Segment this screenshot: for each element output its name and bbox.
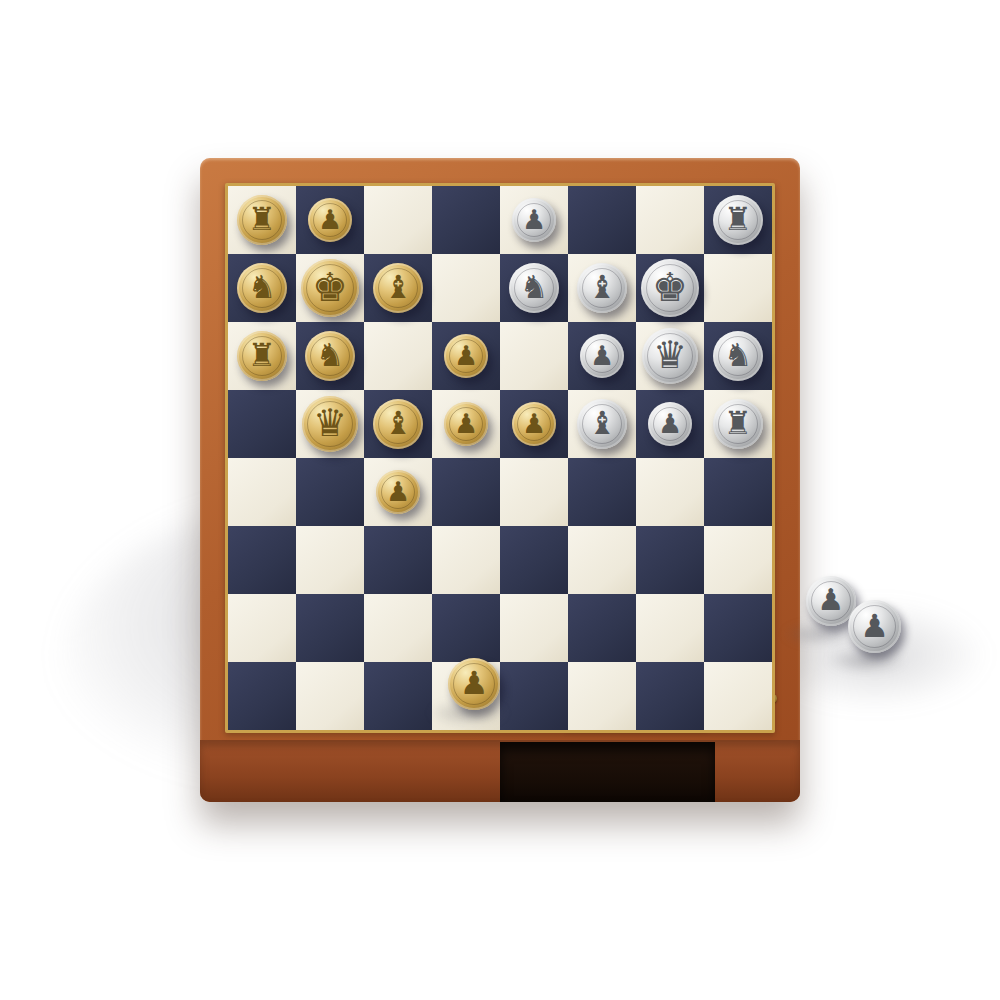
piece-silver-king[interactable]: ♚: [641, 259, 699, 317]
square-a2[interactable]: [228, 594, 296, 662]
king-glyph: ♚: [652, 267, 688, 307]
square-b1[interactable]: [296, 662, 364, 730]
square-f8[interactable]: [568, 186, 636, 254]
square-c7[interactable]: ♝: [364, 254, 432, 322]
square-g6[interactable]: ♛: [636, 322, 704, 390]
pawn-glyph: ♟: [454, 342, 478, 369]
rook-glyph: ♜: [248, 203, 277, 235]
square-g2[interactable]: [636, 594, 704, 662]
square-e6[interactable]: [500, 322, 568, 390]
square-a7[interactable]: ♞: [228, 254, 296, 322]
pawn-shadow: [782, 622, 858, 646]
piece-silver-rook[interactable]: ♜: [713, 399, 763, 449]
square-d6[interactable]: ♟: [432, 322, 500, 390]
piece-gold-rook[interactable]: ♜: [237, 331, 287, 381]
square-c2[interactable]: [364, 594, 432, 662]
product-photo-scene: ♜♟♟♜♞♚♝♞♝♚♜♞♟♟♛♞♛♝♟♟♝♟♜♟ ♟ ♟ ♟: [0, 0, 1000, 1000]
square-f7[interactable]: ♝: [568, 254, 636, 322]
piece-silver-pawn[interactable]: ♟: [648, 402, 692, 446]
square-h7[interactable]: [704, 254, 772, 322]
square-g5[interactable]: ♟: [636, 390, 704, 458]
piece-gold-rook[interactable]: ♜: [237, 195, 287, 245]
square-e4[interactable]: [500, 458, 568, 526]
piece-gold-queen[interactable]: ♛: [302, 396, 358, 452]
square-g3[interactable]: [636, 526, 704, 594]
piece-silver-knight[interactable]: ♞: [509, 263, 559, 313]
square-g4[interactable]: [636, 458, 704, 526]
offboard-gold-pawn[interactable]: ♟: [448, 658, 500, 710]
square-e2[interactable]: [500, 594, 568, 662]
square-b2[interactable]: [296, 594, 364, 662]
square-f1[interactable]: [568, 662, 636, 730]
square-h1[interactable]: [704, 662, 772, 730]
drawer-notch: [500, 742, 715, 802]
bishop-glyph: ♝: [384, 271, 413, 303]
piece-silver-bishop[interactable]: ♝: [577, 399, 627, 449]
square-d2[interactable]: [432, 594, 500, 662]
square-b5[interactable]: ♛: [296, 390, 364, 458]
square-e1[interactable]: [500, 662, 568, 730]
square-c1[interactable]: [364, 662, 432, 730]
piece-silver-rook[interactable]: ♜: [713, 195, 763, 245]
square-f2[interactable]: [568, 594, 636, 662]
piece-gold-pawn[interactable]: ♟: [444, 402, 488, 446]
square-a6[interactable]: ♜: [228, 322, 296, 390]
square-g1[interactable]: [636, 662, 704, 730]
square-a4[interactable]: [228, 458, 296, 526]
square-h4[interactable]: [704, 458, 772, 526]
square-h5[interactable]: ♜: [704, 390, 772, 458]
square-a3[interactable]: [228, 526, 296, 594]
piece-gold-king[interactable]: ♚: [301, 259, 359, 317]
pawn-glyph: ♟: [318, 206, 342, 233]
piece-gold-pawn[interactable]: ♟: [512, 402, 556, 446]
piece-gold-knight[interactable]: ♞: [305, 331, 355, 381]
square-d3[interactable]: [432, 526, 500, 594]
queen-glyph: ♛: [313, 404, 347, 442]
square-h6[interactable]: ♞: [704, 322, 772, 390]
brass-board-frame: ♜♟♟♜♞♚♝♞♝♚♜♞♟♟♛♞♛♝♟♟♝♟♜♟: [225, 183, 775, 733]
piece-gold-pawn[interactable]: ♟: [308, 198, 352, 242]
square-g7[interactable]: ♚: [636, 254, 704, 322]
board: ♜♟♟♜♞♚♝♞♝♚♜♞♟♟♛♞♛♝♟♟♝♟♜♟: [228, 186, 772, 730]
piece-gold-knight[interactable]: ♞: [237, 263, 287, 313]
square-d7[interactable]: [432, 254, 500, 322]
square-h3[interactable]: [704, 526, 772, 594]
piece-silver-pawn[interactable]: ♟: [580, 334, 624, 378]
piece-gold-bishop[interactable]: ♝: [373, 399, 423, 449]
bishop-glyph: ♝: [588, 271, 617, 303]
square-d8[interactable]: [432, 186, 500, 254]
pawn-glyph: ♟: [522, 206, 546, 233]
square-c8[interactable]: [364, 186, 432, 254]
rook-glyph: ♜: [724, 407, 753, 439]
square-b4[interactable]: [296, 458, 364, 526]
box-front-face: [200, 740, 800, 802]
square-e3[interactable]: [500, 526, 568, 594]
square-a5[interactable]: [228, 390, 296, 458]
square-e8[interactable]: ♟: [500, 186, 568, 254]
bishop-glyph: ♝: [588, 407, 617, 439]
knight-glyph: ♞: [248, 271, 277, 303]
square-b6[interactable]: ♞: [296, 322, 364, 390]
square-c5[interactable]: ♝: [364, 390, 432, 458]
square-c6[interactable]: [364, 322, 432, 390]
pawn-glyph: ♟: [658, 410, 682, 437]
square-b8[interactable]: ♟: [296, 186, 364, 254]
piece-gold-pawn[interactable]: ♟: [376, 470, 420, 514]
knight-glyph: ♞: [316, 339, 345, 371]
piece-silver-pawn[interactable]: ♟: [512, 198, 556, 242]
square-f6[interactable]: ♟: [568, 322, 636, 390]
square-e7[interactable]: ♞: [500, 254, 568, 322]
piece-silver-queen[interactable]: ♛: [642, 328, 698, 384]
square-f5[interactable]: ♝: [568, 390, 636, 458]
square-c3[interactable]: [364, 526, 432, 594]
square-a8[interactable]: ♜: [228, 186, 296, 254]
king-glyph: ♚: [312, 267, 348, 307]
piece-gold-pawn[interactable]: ♟: [444, 334, 488, 378]
rook-glyph: ♜: [248, 339, 277, 371]
pawn-glyph: ♟: [454, 410, 478, 437]
pawn-glyph: ♟: [522, 410, 546, 437]
rook-glyph: ♜: [724, 203, 753, 235]
square-f3[interactable]: [568, 526, 636, 594]
square-d5[interactable]: ♟: [432, 390, 500, 458]
square-e5[interactable]: ♟: [500, 390, 568, 458]
square-a1[interactable]: [228, 662, 296, 730]
knight-glyph: ♞: [724, 339, 753, 371]
offboard-silver-pawn[interactable]: ♟: [848, 600, 901, 653]
piece-gold-bishop[interactable]: ♝: [373, 263, 423, 313]
square-g8[interactable]: [636, 186, 704, 254]
pawn-glyph: ♟: [590, 342, 614, 369]
square-d4[interactable]: [432, 458, 500, 526]
piece-silver-knight[interactable]: ♞: [713, 331, 763, 381]
piece-silver-bishop[interactable]: ♝: [577, 263, 627, 313]
square-c4[interactable]: ♟: [364, 458, 432, 526]
square-b7[interactable]: ♚: [296, 254, 364, 322]
knight-glyph: ♞: [520, 271, 549, 303]
square-f4[interactable]: [568, 458, 636, 526]
pawn-glyph: ♟: [386, 478, 410, 505]
square-h8[interactable]: ♜: [704, 186, 772, 254]
square-h2[interactable]: [704, 594, 772, 662]
queen-glyph: ♛: [653, 336, 687, 374]
square-b3[interactable]: [296, 526, 364, 594]
bishop-glyph: ♝: [384, 407, 413, 439]
